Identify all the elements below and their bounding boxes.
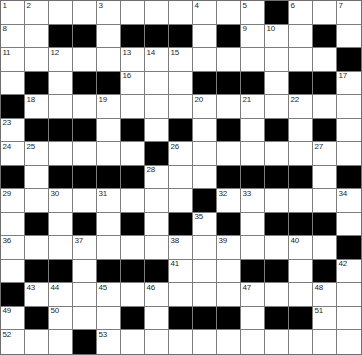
cell-r3c11[interactable]: [241, 48, 265, 72]
cell-r15c3[interactable]: [49, 330, 73, 354]
cell-r10c5[interactable]: [97, 213, 121, 237]
cell-r1c7[interactable]: [145, 1, 169, 25]
cell-r8c2[interactable]: [25, 166, 49, 190]
clue-number-36: 36: [3, 237, 11, 245]
cell-r13c7[interactable]: 46: [145, 283, 169, 307]
cell-r8c12-block: [265, 166, 289, 190]
clue-number-2: 2: [27, 2, 31, 10]
cell-r4c6[interactable]: 16: [121, 72, 145, 96]
cell-r2c15[interactable]: [337, 25, 361, 49]
cell-r7c13[interactable]: [289, 142, 313, 166]
cell-r6c6-block: [121, 119, 145, 143]
cell-r9c11[interactable]: 33: [241, 189, 265, 213]
cell-r13c10[interactable]: [217, 283, 241, 307]
cell-r12c7-block: [145, 260, 169, 284]
cell-r2c11[interactable]: 9: [241, 25, 265, 49]
cell-r14c9-block: [193, 307, 217, 331]
cell-r2c10-block: [217, 25, 241, 49]
cell-r12c8[interactable]: 41: [169, 260, 193, 284]
cell-r8c1-block: [1, 166, 25, 190]
cell-r8c4-block: [73, 166, 97, 190]
clue-number-9: 9: [243, 25, 247, 33]
cell-r12c11-block: [241, 260, 265, 284]
clue-number-7: 7: [339, 2, 343, 10]
cell-r7c3[interactable]: [49, 142, 73, 166]
cell-r15c5[interactable]: 53: [97, 330, 121, 354]
cell-r4c4-block: [73, 72, 97, 96]
cell-r13c2[interactable]: 43: [25, 283, 49, 307]
cell-r7c14[interactable]: 27: [313, 142, 337, 166]
cell-r10c1[interactable]: [1, 213, 25, 237]
cell-r10c11[interactable]: [241, 213, 265, 237]
cell-r13c14[interactable]: 48: [313, 283, 337, 307]
clue-number-39: 39: [219, 237, 227, 245]
cell-r7c2[interactable]: 25: [25, 142, 49, 166]
cell-r7c10[interactable]: [217, 142, 241, 166]
cell-r2c14-block: [313, 25, 337, 49]
cell-r3c6[interactable]: 13: [121, 48, 145, 72]
cell-r8c9[interactable]: [193, 166, 217, 190]
cell-r12c13[interactable]: [289, 260, 313, 284]
cell-r4c13-block: [289, 72, 313, 96]
cell-r14c1[interactable]: 49: [1, 307, 25, 331]
cell-r13c9[interactable]: [193, 283, 217, 307]
cell-r8c10-block: [217, 166, 241, 190]
cell-r6c4-block: [73, 119, 97, 143]
cell-r10c8-block: [169, 213, 193, 237]
cell-r8c14[interactable]: [313, 166, 337, 190]
cell-r10c2-block: [25, 213, 49, 237]
clue-number-3: 3: [99, 2, 103, 10]
cell-r2c1[interactable]: 8: [1, 25, 25, 49]
cell-r5c8[interactable]: [169, 95, 193, 119]
cell-r3c2[interactable]: [25, 48, 49, 72]
cell-r15c9[interactable]: [193, 330, 217, 354]
cell-r8c6-block: [121, 166, 145, 190]
cell-r8c7[interactable]: 28: [145, 166, 169, 190]
cell-r4c7[interactable]: [145, 72, 169, 96]
cell-r13c1-block: [1, 283, 25, 307]
clue-number-41: 41: [171, 260, 179, 268]
cell-r8c8[interactable]: [169, 166, 193, 190]
cell-r14c15[interactable]: [337, 307, 361, 331]
cell-r11c9[interactable]: [193, 236, 217, 260]
cell-r11c8[interactable]: 38: [169, 236, 193, 260]
cell-r12c15[interactable]: 42: [337, 260, 361, 284]
cell-r7c6[interactable]: [121, 142, 145, 166]
cell-r9c14[interactable]: [313, 189, 337, 213]
cell-r5c14[interactable]: [313, 95, 337, 119]
clue-number-43: 43: [27, 284, 35, 292]
clue-number-53: 53: [99, 331, 107, 339]
cell-r15c8[interactable]: [169, 330, 193, 354]
cell-r10c7[interactable]: [145, 213, 169, 237]
clue-number-31: 31: [99, 190, 107, 198]
cell-r11c6[interactable]: [121, 236, 145, 260]
cell-r4c2-block: [25, 72, 49, 96]
cell-r12c1[interactable]: [1, 260, 25, 284]
clue-number-45: 45: [99, 284, 107, 292]
clue-number-34: 34: [339, 190, 347, 198]
cell-r1c12-block: [265, 1, 289, 25]
cell-r4c5-block: [97, 72, 121, 96]
clue-number-52: 52: [3, 331, 11, 339]
cell-r1c11[interactable]: 5: [241, 1, 265, 25]
cell-r3c8[interactable]: 15: [169, 48, 193, 72]
cell-r8c5-block: [97, 166, 121, 190]
cell-r5c3[interactable]: [49, 95, 73, 119]
cell-r13c13[interactable]: [289, 283, 313, 307]
cell-r9c15[interactable]: 34: [337, 189, 361, 213]
cell-r3c3[interactable]: 12: [49, 48, 73, 72]
cell-r11c2[interactable]: [25, 236, 49, 260]
cell-r13c3[interactable]: 44: [49, 283, 73, 307]
cell-r15c7[interactable]: [145, 330, 169, 354]
clue-number-26: 26: [171, 143, 179, 151]
cell-r7c9[interactable]: [193, 142, 217, 166]
cell-r1c14[interactable]: [313, 1, 337, 25]
cell-r6c7[interactable]: [145, 119, 169, 143]
cell-r13c8[interactable]: [169, 283, 193, 307]
cell-r9c13[interactable]: [289, 189, 313, 213]
cell-r3c7[interactable]: 14: [145, 48, 169, 72]
cell-r12c2-block: [25, 260, 49, 284]
clue-number-48: 48: [315, 284, 323, 292]
clue-number-8: 8: [3, 25, 7, 33]
clue-number-28: 28: [147, 166, 155, 174]
cell-r10c6-block: [121, 213, 145, 237]
cell-r9c7[interactable]: [145, 189, 169, 213]
cell-r4c3[interactable]: [49, 72, 73, 96]
cell-r11c14[interactable]: [313, 236, 337, 260]
cell-r15c12[interactable]: [265, 330, 289, 354]
cell-r2c5[interactable]: [97, 25, 121, 49]
cell-r2c8-block: [169, 25, 193, 49]
cell-r2c3-block: [49, 25, 73, 49]
cell-r10c14-block: [313, 213, 337, 237]
clue-number-30: 30: [51, 190, 59, 198]
clue-number-32: 32: [219, 190, 227, 198]
clue-number-37: 37: [75, 237, 83, 245]
cell-r9c6[interactable]: [121, 189, 145, 213]
cell-r2c7-block: [145, 25, 169, 49]
cell-r1c2[interactable]: 2: [25, 1, 49, 25]
clue-number-19: 19: [99, 96, 107, 104]
cell-r5c4[interactable]: [73, 95, 97, 119]
cell-r14c13-block: [289, 307, 313, 331]
clue-number-23: 23: [3, 119, 11, 127]
cell-r1c3[interactable]: [49, 1, 73, 25]
cell-r9c12[interactable]: [265, 189, 289, 213]
cell-r14c4[interactable]: [73, 307, 97, 331]
cell-r4c1[interactable]: [1, 72, 25, 96]
cell-r6c9[interactable]: [193, 119, 217, 143]
cell-r7c4[interactable]: [73, 142, 97, 166]
cell-r11c11[interactable]: [241, 236, 265, 260]
cell-r12c5-block: [97, 260, 121, 284]
cell-r5c13[interactable]: 22: [289, 95, 313, 119]
cell-r5c15[interactable]: [337, 95, 361, 119]
cell-r11c13[interactable]: 40: [289, 236, 313, 260]
clue-number-40: 40: [291, 237, 299, 245]
cell-r4c11-block: [241, 72, 265, 96]
cell-r3c15-block: [337, 48, 361, 72]
cell-r7c1[interactable]: 24: [1, 142, 25, 166]
cell-r12c9[interactable]: [193, 260, 217, 284]
cell-r1c4[interactable]: [73, 1, 97, 25]
clue-number-11: 11: [3, 49, 11, 57]
cell-r14c5[interactable]: [97, 307, 121, 331]
cell-r7c7-block: [145, 142, 169, 166]
cell-r15c13[interactable]: [289, 330, 313, 354]
cell-r10c4-block: [73, 213, 97, 237]
clue-number-16: 16: [123, 72, 131, 80]
cell-r11c4[interactable]: 37: [73, 236, 97, 260]
cell-r1c5[interactable]: 3: [97, 1, 121, 25]
cell-r14c6-block: [121, 307, 145, 331]
cell-r6c11[interactable]: [241, 119, 265, 143]
cell-r11c15-block: [337, 236, 361, 260]
cell-r1c6[interactable]: [121, 1, 145, 25]
cell-r3c5[interactable]: [97, 48, 121, 72]
cell-r1c10[interactable]: [217, 1, 241, 25]
cell-r6c8-block: [169, 119, 193, 143]
cell-r3c12[interactable]: [265, 48, 289, 72]
cell-r13c4[interactable]: [73, 283, 97, 307]
cell-r11c12[interactable]: [265, 236, 289, 260]
cell-r10c3[interactable]: [49, 213, 73, 237]
cell-r9c5[interactable]: 31: [97, 189, 121, 213]
cell-r8c3-block: [49, 166, 73, 190]
cell-r10c13-block: [289, 213, 313, 237]
clue-number-22: 22: [291, 96, 299, 104]
cell-r15c14[interactable]: [313, 330, 337, 354]
clue-number-17: 17: [339, 72, 347, 80]
cell-r6c15[interactable]: [337, 119, 361, 143]
cell-r1c9[interactable]: 4: [193, 1, 217, 25]
cell-r14c14[interactable]: 51: [313, 307, 337, 331]
cell-r13c5[interactable]: 45: [97, 283, 121, 307]
cell-r2c13[interactable]: [289, 25, 313, 49]
cell-r7c5[interactable]: [97, 142, 121, 166]
cell-r13c15[interactable]: [337, 283, 361, 307]
cell-r6c1[interactable]: 23: [1, 119, 25, 143]
clue-number-20: 20: [195, 96, 203, 104]
cell-r14c3[interactable]: 50: [49, 307, 73, 331]
cell-r8c13-block: [289, 166, 313, 190]
clue-number-42: 42: [339, 260, 347, 268]
cell-r15c11[interactable]: [241, 330, 265, 354]
clue-number-44: 44: [51, 284, 59, 292]
clue-number-5: 5: [243, 2, 247, 10]
clue-number-12: 12: [51, 49, 59, 57]
cell-r2c2[interactable]: [25, 25, 49, 49]
cell-r15c15[interactable]: [337, 330, 361, 354]
cell-r6c13[interactable]: [289, 119, 313, 143]
cell-r15c10[interactable]: [217, 330, 241, 354]
clue-number-10: 10: [267, 25, 275, 33]
cell-r5c6[interactable]: [121, 95, 145, 119]
cell-r13c12[interactable]: [265, 283, 289, 307]
clue-number-13: 13: [123, 49, 131, 57]
cell-r8c15-block: [337, 166, 361, 190]
clue-number-50: 50: [51, 307, 59, 315]
cell-r15c1[interactable]: 52: [1, 330, 25, 354]
cell-r11c1[interactable]: 36: [1, 236, 25, 260]
cell-r3c9[interactable]: [193, 48, 217, 72]
cell-r5c10[interactable]: [217, 95, 241, 119]
cell-r9c8[interactable]: [169, 189, 193, 213]
cell-r15c2[interactable]: [25, 330, 49, 354]
cell-r6c12-block: [265, 119, 289, 143]
cell-r11c5[interactable]: [97, 236, 121, 260]
cell-r15c6[interactable]: [121, 330, 145, 354]
cell-r6c10-block: [217, 119, 241, 143]
clue-number-1: 1: [3, 2, 7, 10]
cell-r12c4[interactable]: [73, 260, 97, 284]
cell-r9c9-block: [193, 189, 217, 213]
cell-r12c12-block: [265, 260, 289, 284]
clue-number-6: 6: [291, 2, 295, 10]
cell-r9c4[interactable]: [73, 189, 97, 213]
cell-r5c1-block: [1, 95, 25, 119]
cell-r12c3-block: [49, 260, 73, 284]
clue-number-24: 24: [3, 143, 11, 151]
clue-number-27: 27: [315, 143, 323, 151]
cell-r5c9[interactable]: 20: [193, 95, 217, 119]
cell-r14c2-block: [25, 307, 49, 331]
cell-r4c15[interactable]: 17: [337, 72, 361, 96]
cell-r15c4-block: [73, 330, 97, 354]
cell-r5c7[interactable]: [145, 95, 169, 119]
cell-r11c3[interactable]: [49, 236, 73, 260]
cell-r4c10-block: [217, 72, 241, 96]
cell-r10c10-block: [217, 213, 241, 237]
cell-r3c13[interactable]: [289, 48, 313, 72]
clue-number-38: 38: [171, 237, 179, 245]
clue-number-25: 25: [27, 143, 35, 151]
clue-number-18: 18: [27, 96, 35, 104]
cell-r14c11[interactable]: [241, 307, 265, 331]
cell-r9c2[interactable]: [25, 189, 49, 213]
cell-r5c2[interactable]: 18: [25, 95, 49, 119]
cell-r6c14-block: [313, 119, 337, 143]
cell-r14c10-block: [217, 307, 241, 331]
cell-r5c5[interactable]: 19: [97, 95, 121, 119]
cell-r2c4-block: [73, 25, 97, 49]
cell-r9c3[interactable]: 30: [49, 189, 73, 213]
cell-r4c12[interactable]: [265, 72, 289, 96]
cell-r10c15[interactable]: [337, 213, 361, 237]
cell-r14c7[interactable]: [145, 307, 169, 331]
crossword-grid: 1234567891011121314151617181920212223242…: [0, 0, 362, 355]
cell-r7c11[interactable]: [241, 142, 265, 166]
clue-number-46: 46: [147, 284, 155, 292]
cell-r4c8[interactable]: [169, 72, 193, 96]
cell-r12c14-block: [313, 260, 337, 284]
cell-r8c11-block: [241, 166, 265, 190]
cell-r9c10[interactable]: 32: [217, 189, 241, 213]
cell-r6c2-block: [25, 119, 49, 143]
cell-r1c15[interactable]: 7: [337, 1, 361, 25]
cell-r5c12[interactable]: [265, 95, 289, 119]
cell-r4c9-block: [193, 72, 217, 96]
cell-r3c14[interactable]: [313, 48, 337, 72]
clue-number-33: 33: [243, 190, 251, 198]
cell-r1c1[interactable]: 1: [1, 1, 25, 25]
cell-r5c11[interactable]: 21: [241, 95, 265, 119]
cell-r3c10[interactable]: [217, 48, 241, 72]
clue-number-15: 15: [171, 49, 179, 57]
cell-r10c9[interactable]: 35: [193, 213, 217, 237]
cell-r10c12-block: [265, 213, 289, 237]
cell-r6c5[interactable]: [97, 119, 121, 143]
cell-r1c8[interactable]: [169, 1, 193, 25]
cell-r9c1[interactable]: 29: [1, 189, 25, 213]
clue-number-51: 51: [315, 307, 323, 315]
cell-r2c6-block: [121, 25, 145, 49]
cell-r2c12[interactable]: 10: [265, 25, 289, 49]
clue-number-29: 29: [3, 190, 11, 198]
cell-r6c3-block: [49, 119, 73, 143]
cell-r7c8[interactable]: 26: [169, 142, 193, 166]
cell-r11c7[interactable]: [145, 236, 169, 260]
cell-r13c6[interactable]: [121, 283, 145, 307]
cell-r7c15[interactable]: [337, 142, 361, 166]
clue-number-49: 49: [3, 307, 11, 315]
cell-r14c8-block: [169, 307, 193, 331]
cell-r3c4[interactable]: [73, 48, 97, 72]
cell-r12c10[interactable]: [217, 260, 241, 284]
clue-number-21: 21: [243, 96, 251, 104]
clue-number-4: 4: [195, 2, 199, 10]
cell-r11c10[interactable]: 39: [217, 236, 241, 260]
clue-number-14: 14: [147, 49, 155, 57]
cell-r1c13[interactable]: 6: [289, 1, 313, 25]
clue-number-47: 47: [243, 284, 251, 292]
cell-r4c14-block: [313, 72, 337, 96]
cell-r14c12-block: [265, 307, 289, 331]
cell-r12c6-block: [121, 260, 145, 284]
cell-r13c11[interactable]: 47: [241, 283, 265, 307]
cell-r7c12[interactable]: [265, 142, 289, 166]
clue-number-35: 35: [195, 213, 203, 221]
cell-r2c9[interactable]: [193, 25, 217, 49]
cell-r3c1[interactable]: 11: [1, 48, 25, 72]
